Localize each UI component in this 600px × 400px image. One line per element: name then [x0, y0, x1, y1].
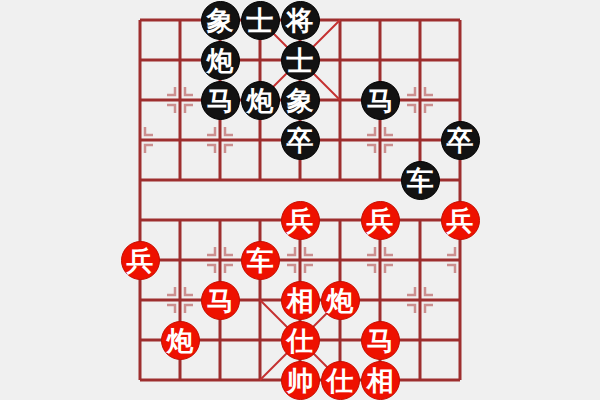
- piece-black-horse[interactable]: 马: [361, 81, 400, 120]
- xiangqi-board[interactable]: 象士将炮士马炮象马卒卒车兵兵兵兵车马相炮炮仕马帅仕相: [0, 0, 600, 400]
- piece-black-horse[interactable]: 马: [201, 81, 240, 120]
- piece-red-advisor[interactable]: 仕: [321, 361, 360, 400]
- piece-black-pawn[interactable]: 卒: [441, 121, 480, 160]
- piece-black-chariot[interactable]: 车: [401, 161, 440, 200]
- piece-red-cannon[interactable]: 炮: [321, 281, 360, 320]
- piece-layer: 象士将炮士马炮象马卒卒车兵兵兵兵车马相炮炮仕马帅仕相: [120, 0, 480, 400]
- piece-black-advisor[interactable]: 士: [281, 41, 320, 80]
- piece-black-pawn[interactable]: 卒: [281, 121, 320, 160]
- piece-red-chariot[interactable]: 车: [241, 241, 280, 280]
- piece-red-pawn[interactable]: 兵: [121, 241, 160, 280]
- piece-red-cannon[interactable]: 炮: [161, 321, 200, 360]
- piece-red-pawn[interactable]: 兵: [441, 201, 480, 240]
- piece-black-advisor[interactable]: 士: [241, 1, 280, 40]
- piece-red-pawn[interactable]: 兵: [281, 201, 320, 240]
- piece-red-elephant[interactable]: 相: [361, 361, 400, 400]
- piece-red-pawn[interactable]: 兵: [361, 201, 400, 240]
- piece-black-elephant[interactable]: 象: [281, 81, 320, 120]
- piece-red-advisor[interactable]: 仕: [281, 321, 320, 360]
- piece-black-king[interactable]: 将: [281, 1, 320, 40]
- piece-red-king[interactable]: 帅: [281, 361, 320, 400]
- piece-black-cannon[interactable]: 炮: [241, 81, 280, 120]
- piece-red-horse[interactable]: 马: [361, 321, 400, 360]
- piece-red-elephant[interactable]: 相: [281, 281, 320, 320]
- piece-black-elephant[interactable]: 象: [201, 1, 240, 40]
- piece-black-cannon[interactable]: 炮: [201, 41, 240, 80]
- xiangqi-screen: 象士将炮士马炮象马卒卒车兵兵兵兵车马相炮炮仕马帅仕相: [0, 0, 600, 400]
- piece-red-horse[interactable]: 马: [201, 281, 240, 320]
